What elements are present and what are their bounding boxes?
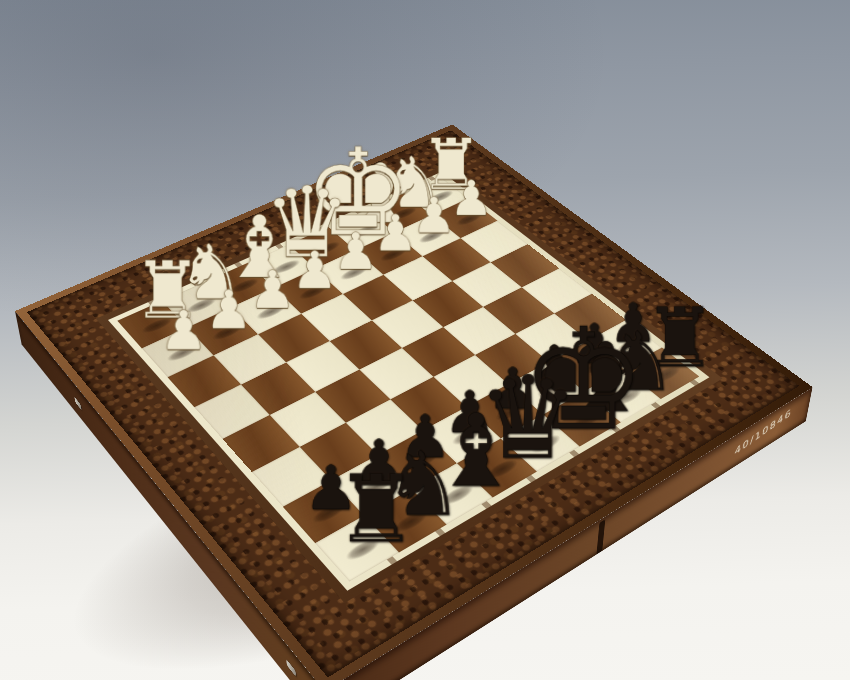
chess-box: 40/10846 ♜♞♝♛♚♝♞♜♟♟♟♟♟♟♟♟♟♟♟♟♟♟♟♟♜♞♝♛♚♝♞… bbox=[15, 124, 813, 680]
white-pawn-piece[interactable]: ♟ bbox=[161, 348, 207, 370]
hinge-icon bbox=[286, 659, 296, 677]
square-f5[interactable] bbox=[443, 307, 515, 355]
black-rook-glyph: ♜ bbox=[335, 464, 395, 557]
box-fold-seam bbox=[596, 519, 605, 554]
square-a3[interactable] bbox=[168, 355, 241, 407]
white-pawn-glyph: ♟ bbox=[203, 284, 255, 338]
carved-floral-border: ♜♞♝♛♚♝♞♜♟♟♟♟♟♟♟♟♟♟♟♟♟♟♟♟♜♞♝♛♚♝♞♜ bbox=[27, 130, 799, 677]
square-e4[interactable] bbox=[372, 300, 443, 348]
white-pawn-glyph: ♟ bbox=[157, 304, 209, 358]
hinge-icon bbox=[74, 396, 82, 410]
photo-scene: 40/10846 ♜♞♝♛♚♝♞♜♟♟♟♟♟♟♟♟♟♟♟♟♟♟♟♟♜♞♝♛♚♝♞… bbox=[0, 0, 850, 680]
white-pawn-glyph: ♟ bbox=[247, 264, 298, 317]
board-outer-rim: ♜♞♝♛♚♝♞♜♟♟♟♟♟♟♟♟♟♟♟♟♟♟♟♟♜♞♝♛♚♝♞♜ bbox=[15, 124, 813, 680]
perspective-wrapper: 40/10846 ♜♞♝♛♚♝♞♜♟♟♟♟♟♟♟♟♟♟♟♟♟♟♟♟♜♞♝♛♚♝♞… bbox=[0, 0, 850, 680]
